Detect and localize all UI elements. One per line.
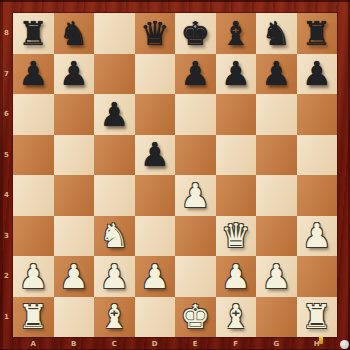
square-d3[interactable] (135, 216, 176, 257)
square-g3[interactable] (256, 216, 297, 257)
square-g8[interactable]: ♞ (256, 13, 297, 54)
piece-white-bishop[interactable]: ♝ (221, 300, 251, 333)
square-d6[interactable] (135, 94, 176, 135)
square-a8[interactable]: ♜ (13, 13, 54, 54)
square-h4[interactable] (297, 175, 338, 216)
rank-labels: 87654321 (0, 13, 13, 337)
piece-black-knight[interactable]: ♞ (59, 17, 89, 50)
file-label-g: G (256, 337, 297, 350)
piece-white-pawn[interactable]: ♟ (302, 219, 332, 252)
square-b6[interactable] (54, 94, 95, 135)
piece-white-pawn[interactable]: ♟ (261, 260, 291, 293)
file-label-b: B (54, 337, 95, 350)
file-label-h: H (297, 337, 338, 350)
piece-black-rook[interactable]: ♜ (302, 17, 332, 50)
square-e3[interactable] (175, 216, 216, 257)
square-f5[interactable] (216, 135, 257, 176)
square-e2[interactable] (175, 256, 216, 297)
piece-white-pawn[interactable]: ♟ (59, 260, 89, 293)
square-e5[interactable] (175, 135, 216, 176)
piece-white-queen[interactable]: ♛ (221, 219, 251, 252)
square-d5[interactable]: ♟ (135, 135, 176, 176)
square-h8[interactable]: ♜ (297, 13, 338, 54)
square-c4[interactable] (94, 175, 135, 216)
piece-black-pawn[interactable]: ♟ (140, 138, 170, 171)
piece-black-pawn[interactable]: ♟ (261, 57, 291, 90)
square-c1[interactable]: ♝ (94, 297, 135, 338)
square-a4[interactable] (13, 175, 54, 216)
square-e8[interactable]: ♚ (175, 13, 216, 54)
square-h3[interactable]: ♟ (297, 216, 338, 257)
piece-white-pawn[interactable]: ♟ (140, 260, 170, 293)
square-b1[interactable] (54, 297, 95, 338)
square-d7[interactable] (135, 54, 176, 95)
square-b7[interactable]: ♟ (54, 54, 95, 95)
piece-black-knight[interactable]: ♞ (261, 17, 291, 50)
square-a6[interactable] (13, 94, 54, 135)
chess-board: ♜♞♛♚♝♞♜♟♟♟♟♟♟♟♟♟♞♛♟♟♟♟♟♟♟♜♝♚♝♜ (13, 13, 337, 337)
square-c7[interactable] (94, 54, 135, 95)
square-c2[interactable]: ♟ (94, 256, 135, 297)
square-d8[interactable]: ♛ (135, 13, 176, 54)
square-h7[interactable]: ♟ (297, 54, 338, 95)
piece-black-pawn[interactable]: ♟ (59, 57, 89, 90)
square-b8[interactable]: ♞ (54, 13, 95, 54)
piece-black-pawn[interactable]: ♟ (221, 57, 251, 90)
square-h1[interactable]: ♜ (297, 297, 338, 338)
square-f8[interactable]: ♝ (216, 13, 257, 54)
square-b2[interactable]: ♟ (54, 256, 95, 297)
file-label-c: C (94, 337, 135, 350)
square-h6[interactable] (297, 94, 338, 135)
rank-label-4: 4 (0, 175, 13, 216)
square-g4[interactable] (256, 175, 297, 216)
square-e1[interactable]: ♚ (175, 297, 216, 338)
piece-white-king[interactable]: ♚ (180, 300, 210, 333)
piece-black-pawn[interactable]: ♟ (18, 57, 48, 90)
rank-label-2: 2 (0, 256, 13, 297)
square-b3[interactable] (54, 216, 95, 257)
square-f7[interactable]: ♟ (216, 54, 257, 95)
file-label-f: F (216, 337, 257, 350)
square-b4[interactable] (54, 175, 95, 216)
piece-black-queen[interactable]: ♛ (140, 17, 170, 50)
square-e7[interactable]: ♟ (175, 54, 216, 95)
rank-label-3: 3 (0, 216, 13, 257)
piece-black-pawn[interactable]: ♟ (302, 57, 332, 90)
piece-white-pawn[interactable]: ♟ (180, 179, 210, 212)
square-f1[interactable]: ♝ (216, 297, 257, 338)
piece-black-king[interactable]: ♚ (180, 17, 210, 50)
square-c6[interactable]: ♟ (94, 94, 135, 135)
piece-white-pawn[interactable]: ♟ (18, 260, 48, 293)
piece-white-bishop[interactable]: ♝ (99, 300, 129, 333)
piece-black-pawn[interactable]: ♟ (99, 98, 129, 131)
square-g7[interactable]: ♟ (256, 54, 297, 95)
file-labels: ABCDEFGH (13, 337, 337, 350)
rank-label-6: 6 (0, 94, 13, 135)
square-d4[interactable] (135, 175, 176, 216)
square-h5[interactable] (297, 135, 338, 176)
rank-label-1: 1 (0, 297, 13, 338)
piece-black-rook[interactable]: ♜ (18, 17, 48, 50)
piece-white-pawn[interactable]: ♟ (221, 260, 251, 293)
rank-label-8: 8 (0, 13, 13, 54)
square-c5[interactable] (94, 135, 135, 176)
square-d1[interactable] (135, 297, 176, 338)
square-e6[interactable] (175, 94, 216, 135)
gold-notch-decoration (319, 336, 323, 344)
square-a2[interactable]: ♟ (13, 256, 54, 297)
square-g1[interactable] (256, 297, 297, 338)
square-a1[interactable]: ♜ (13, 297, 54, 338)
square-e4[interactable]: ♟ (175, 175, 216, 216)
rank-label-7: 7 (0, 54, 13, 95)
file-label-e: E (175, 337, 216, 350)
square-g5[interactable] (256, 135, 297, 176)
square-b5[interactable] (54, 135, 95, 176)
piece-white-rook[interactable]: ♜ (302, 300, 332, 333)
square-c8[interactable] (94, 13, 135, 54)
square-c3[interactable]: ♞ (94, 216, 135, 257)
piece-white-rook[interactable]: ♜ (18, 300, 48, 333)
file-label-d: D (135, 337, 176, 350)
corner-dot (340, 340, 349, 349)
board-frame: 87654321 ABCDEFGH ♜♞♛♚♝♞♜♟♟♟♟♟♟♟♟♟♞♛♟♟♟♟… (0, 0, 350, 350)
square-f3[interactable]: ♛ (216, 216, 257, 257)
rank-label-5: 5 (0, 135, 13, 176)
square-h2[interactable] (297, 256, 338, 297)
square-f2[interactable]: ♟ (216, 256, 257, 297)
square-g6[interactable] (256, 94, 297, 135)
square-f6[interactable] (216, 94, 257, 135)
square-a3[interactable] (13, 216, 54, 257)
square-g2[interactable]: ♟ (256, 256, 297, 297)
piece-white-pawn[interactable]: ♟ (99, 260, 129, 293)
square-d2[interactable]: ♟ (135, 256, 176, 297)
square-a5[interactable] (13, 135, 54, 176)
piece-black-bishop[interactable]: ♝ (221, 17, 251, 50)
file-label-a: A (13, 337, 54, 350)
square-a7[interactable]: ♟ (13, 54, 54, 95)
square-f4[interactable] (216, 175, 257, 216)
piece-black-pawn[interactable]: ♟ (180, 57, 210, 90)
piece-white-knight[interactable]: ♞ (99, 219, 129, 252)
